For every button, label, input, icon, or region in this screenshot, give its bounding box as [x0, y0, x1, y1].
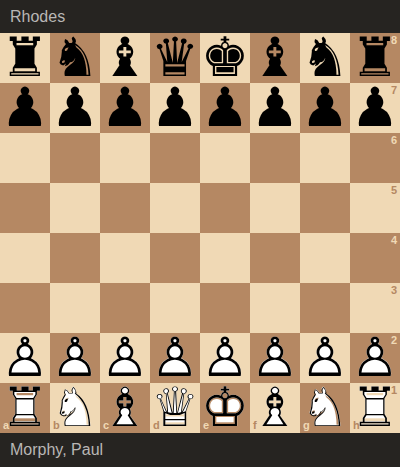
- white-pawn-h2[interactable]: ♟♙: [350, 333, 400, 383]
- black-pawn-icon: ♟: [0, 83, 50, 133]
- black-bishop-icon: ♝: [250, 33, 300, 83]
- square-c7[interactable]: ♟: [100, 83, 150, 133]
- square-h3[interactable]: 3: [350, 283, 400, 333]
- white-player-name: Morphy, Paul: [10, 441, 103, 459]
- white-player-bar: Morphy, Paul: [0, 433, 400, 467]
- black-pawn-icon: ♟: [200, 83, 250, 133]
- white-bishop-fill-icon: ♝: [250, 383, 300, 433]
- black-rook-icon: ♜: [350, 33, 400, 83]
- white-pawn-outline-icon: ♙: [300, 333, 350, 383]
- square-e8[interactable]: ♚: [200, 33, 250, 83]
- square-d1[interactable]: d♛♕: [150, 383, 200, 433]
- square-a5[interactable]: [0, 183, 50, 233]
- square-d5[interactable]: [150, 183, 200, 233]
- square-b4[interactable]: [50, 233, 100, 283]
- white-king-fill-icon: ♚: [200, 383, 250, 433]
- square-f2[interactable]: ♟♙: [250, 333, 300, 383]
- black-queen-icon: ♛: [150, 33, 200, 83]
- square-a7[interactable]: ♟: [0, 83, 50, 133]
- white-pawn-fill-icon: ♟: [300, 333, 350, 383]
- black-knight-b8[interactable]: ♞: [50, 33, 100, 83]
- square-h5[interactable]: 5: [350, 183, 400, 233]
- rank-label-5: 5: [391, 185, 397, 196]
- square-h6[interactable]: 6: [350, 133, 400, 183]
- black-pawn-d7[interactable]: ♟: [150, 83, 200, 133]
- square-a4[interactable]: [0, 233, 50, 283]
- square-g5[interactable]: [300, 183, 350, 233]
- square-f6[interactable]: [250, 133, 300, 183]
- rank-label-3: 3: [391, 285, 397, 296]
- white-pawn-outline-icon: ♙: [150, 333, 200, 383]
- square-g1[interactable]: g♞♘: [300, 383, 350, 433]
- white-pawn-fill-icon: ♟: [250, 333, 300, 383]
- white-bishop-f1[interactable]: ♝♗: [250, 383, 300, 433]
- square-a2[interactable]: ♟♙: [0, 333, 50, 383]
- square-c2[interactable]: ♟♙: [100, 333, 150, 383]
- white-rook-outline-icon: ♖: [0, 383, 50, 433]
- square-e7[interactable]: ♟: [200, 83, 250, 133]
- square-h8[interactable]: 8♜: [350, 33, 400, 83]
- chess-board[interactable]: ♜♞♝♛♚♝♞8♜♟♟♟♟♟♟♟7♟6543♟♙♟♙♟♙♟♙♟♙♟♙♟♙2♟♙a…: [0, 33, 400, 433]
- square-d3[interactable]: [150, 283, 200, 333]
- square-e2[interactable]: ♟♙: [200, 333, 250, 383]
- black-knight-icon: ♞: [300, 33, 350, 83]
- white-pawn-outline-icon: ♙: [200, 333, 250, 383]
- square-g3[interactable]: [300, 283, 350, 333]
- black-bishop-icon: ♝: [100, 33, 150, 83]
- black-queen-d8[interactable]: ♛: [150, 33, 200, 83]
- white-pawn-fill-icon: ♟: [100, 333, 150, 383]
- square-b5[interactable]: [50, 183, 100, 233]
- black-pawn-icon: ♟: [350, 83, 400, 133]
- square-a1[interactable]: a♜♖: [0, 383, 50, 433]
- white-pawn-fill-icon: ♟: [50, 333, 100, 383]
- black-bishop-c8[interactable]: ♝: [100, 33, 150, 83]
- white-pawn-b2[interactable]: ♟♙: [50, 333, 100, 383]
- square-a8[interactable]: ♜: [0, 33, 50, 83]
- black-pawn-icon: ♟: [150, 83, 200, 133]
- square-c3[interactable]: [100, 283, 150, 333]
- square-c6[interactable]: [100, 133, 150, 183]
- square-b6[interactable]: [50, 133, 100, 183]
- square-b1[interactable]: b♞♘: [50, 383, 100, 433]
- black-player-name: Rhodes: [10, 8, 65, 26]
- black-king-e8[interactable]: ♚: [200, 33, 250, 83]
- chess-game-window: Rhodes ♜♞♝♛♚♝♞8♜♟♟♟♟♟♟♟7♟6543♟♙♟♙♟♙♟♙♟♙♟…: [0, 0, 400, 467]
- white-pawn-fill-icon: ♟: [350, 333, 400, 383]
- white-pawn-fill-icon: ♟: [150, 333, 200, 383]
- white-knight-outline-icon: ♘: [50, 383, 100, 433]
- white-queen-outline-icon: ♕: [150, 383, 200, 433]
- white-knight-fill-icon: ♞: [50, 383, 100, 433]
- black-player-bar: Rhodes: [0, 0, 400, 33]
- white-rook-fill-icon: ♜: [0, 383, 50, 433]
- square-e4[interactable]: [200, 233, 250, 283]
- square-d7[interactable]: ♟: [150, 83, 200, 133]
- white-pawn-f2[interactable]: ♟♙: [250, 333, 300, 383]
- white-pawn-fill-icon: ♟: [0, 333, 50, 383]
- white-bishop-c1[interactable]: ♝♗: [100, 383, 150, 433]
- white-pawn-a2[interactable]: ♟♙: [0, 333, 50, 383]
- square-g8[interactable]: ♞: [300, 33, 350, 83]
- square-f5[interactable]: [250, 183, 300, 233]
- square-g4[interactable]: [300, 233, 350, 283]
- square-f1[interactable]: f♝♗: [250, 383, 300, 433]
- white-knight-b1[interactable]: ♞♘: [50, 383, 100, 433]
- black-pawn-icon: ♟: [300, 83, 350, 133]
- square-e5[interactable]: [200, 183, 250, 233]
- black-pawn-e7[interactable]: ♟: [200, 83, 250, 133]
- square-f4[interactable]: [250, 233, 300, 283]
- square-g2[interactable]: ♟♙: [300, 333, 350, 383]
- white-pawn-d2[interactable]: ♟♙: [150, 333, 200, 383]
- white-knight-fill-icon: ♞: [300, 383, 350, 433]
- square-b2[interactable]: ♟♙: [50, 333, 100, 383]
- square-d8[interactable]: ♛: [150, 33, 200, 83]
- square-c1[interactable]: c♝♗: [100, 383, 150, 433]
- black-knight-icon: ♞: [50, 33, 100, 83]
- square-g6[interactable]: [300, 133, 350, 183]
- square-a6[interactable]: [0, 133, 50, 183]
- square-e3[interactable]: [200, 283, 250, 333]
- white-rook-fill-icon: ♜: [350, 383, 400, 433]
- white-rook-outline-icon: ♖: [350, 383, 400, 433]
- square-e1[interactable]: e♚♔: [200, 383, 250, 433]
- white-rook-h1[interactable]: ♜♖: [350, 383, 400, 433]
- white-pawn-e2[interactable]: ♟♙: [200, 333, 250, 383]
- black-pawn-icon: ♟: [100, 83, 150, 133]
- square-b7[interactable]: ♟: [50, 83, 100, 133]
- white-rook-a1[interactable]: ♜♖: [0, 383, 50, 433]
- square-h1[interactable]: 1h♜♖: [350, 383, 400, 433]
- square-b8[interactable]: ♞: [50, 33, 100, 83]
- square-d2[interactable]: ♟♙: [150, 333, 200, 383]
- square-h7[interactable]: 7♟: [350, 83, 400, 133]
- rank-label-4: 4: [391, 235, 397, 246]
- square-d6[interactable]: [150, 133, 200, 183]
- black-pawn-a7[interactable]: ♟: [0, 83, 50, 133]
- black-king-icon: ♚: [200, 33, 250, 83]
- white-pawn-g2[interactable]: ♟♙: [300, 333, 350, 383]
- square-h4[interactable]: 4: [350, 233, 400, 283]
- square-e6[interactable]: [200, 133, 250, 183]
- white-bishop-fill-icon: ♝: [100, 383, 150, 433]
- white-pawn-outline-icon: ♙: [0, 333, 50, 383]
- rank-label-6: 6: [391, 135, 397, 146]
- square-c5[interactable]: [100, 183, 150, 233]
- white-pawn-outline-icon: ♙: [50, 333, 100, 383]
- black-pawn-f7[interactable]: ♟: [250, 83, 300, 133]
- square-a3[interactable]: [0, 283, 50, 333]
- white-pawn-outline-icon: ♙: [250, 333, 300, 383]
- black-pawn-h7[interactable]: ♟: [350, 83, 400, 133]
- black-rook-icon: ♜: [0, 33, 50, 83]
- square-b3[interactable]: [50, 283, 100, 333]
- white-queen-fill-icon: ♛: [150, 383, 200, 433]
- black-bishop-f8[interactable]: ♝: [250, 33, 300, 83]
- black-pawn-icon: ♟: [50, 83, 100, 133]
- white-pawn-outline-icon: ♙: [100, 333, 150, 383]
- white-bishop-outline-icon: ♗: [250, 383, 300, 433]
- square-f8[interactable]: ♝: [250, 33, 300, 83]
- square-c4[interactable]: [100, 233, 150, 283]
- white-knight-g1[interactable]: ♞♘: [300, 383, 350, 433]
- black-pawn-g7[interactable]: ♟: [300, 83, 350, 133]
- square-f7[interactable]: ♟: [250, 83, 300, 133]
- black-pawn-b7[interactable]: ♟: [50, 83, 100, 133]
- square-g7[interactable]: ♟: [300, 83, 350, 133]
- square-f3[interactable]: [250, 283, 300, 333]
- black-rook-a8[interactable]: ♜: [0, 33, 50, 83]
- square-c8[interactable]: ♝: [100, 33, 150, 83]
- white-pawn-c2[interactable]: ♟♙: [100, 333, 150, 383]
- white-queen-d1[interactable]: ♛♕: [150, 383, 200, 433]
- black-pawn-c7[interactable]: ♟: [100, 83, 150, 133]
- white-bishop-outline-icon: ♗: [100, 383, 150, 433]
- square-d4[interactable]: [150, 233, 200, 283]
- square-h2[interactable]: 2♟♙: [350, 333, 400, 383]
- white-knight-outline-icon: ♘: [300, 383, 350, 433]
- black-pawn-icon: ♟: [250, 83, 300, 133]
- black-knight-g8[interactable]: ♞: [300, 33, 350, 83]
- white-pawn-outline-icon: ♙: [350, 333, 400, 383]
- white-king-outline-icon: ♔: [200, 383, 250, 433]
- black-rook-h8[interactable]: ♜: [350, 33, 400, 83]
- white-pawn-fill-icon: ♟: [200, 333, 250, 383]
- white-king-e1[interactable]: ♚♔: [200, 383, 250, 433]
